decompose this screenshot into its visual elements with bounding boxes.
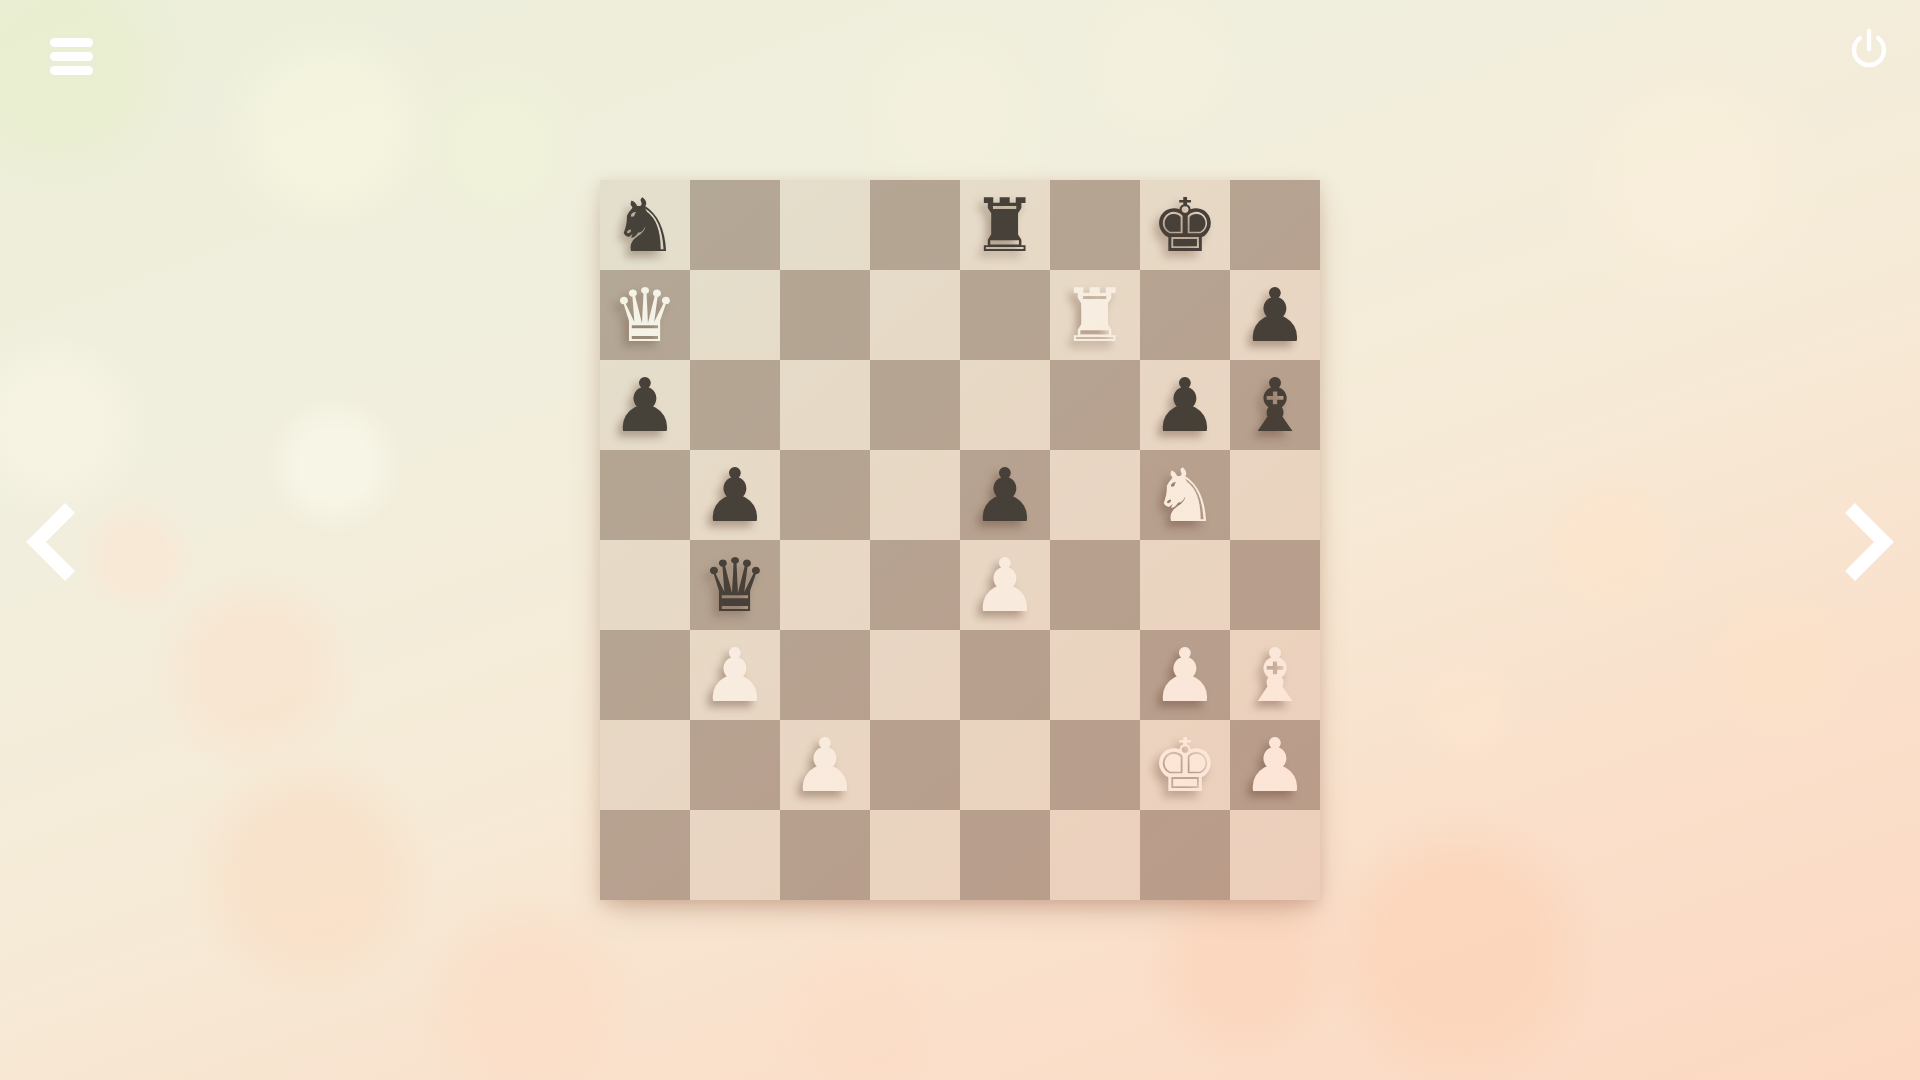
square-g6[interactable]: ♟	[1140, 360, 1230, 450]
menu-button[interactable]	[50, 38, 93, 75]
piece-white-king-g2[interactable]: ♚	[1152, 728, 1218, 802]
square-a2[interactable]	[600, 720, 690, 810]
square-g7[interactable]	[1140, 270, 1230, 360]
square-b2[interactable]	[690, 720, 780, 810]
square-b5[interactable]: ♟	[690, 450, 780, 540]
square-f3[interactable]	[1050, 630, 1140, 720]
square-a1[interactable]	[600, 810, 690, 900]
hamburger-icon	[50, 38, 93, 75]
piece-white-rook-f7[interactable]: ♜	[1062, 278, 1128, 352]
square-c4[interactable]	[780, 540, 870, 630]
square-a5[interactable]	[600, 450, 690, 540]
square-g5[interactable]: ♞	[1140, 450, 1230, 540]
square-h5[interactable]	[1230, 450, 1320, 540]
square-c1[interactable]	[780, 810, 870, 900]
piece-white-pawn-b3[interactable]: ♟	[702, 638, 768, 712]
square-c8[interactable]	[780, 180, 870, 270]
square-c2[interactable]: ♟	[780, 720, 870, 810]
chevron-right-icon	[1842, 498, 1900, 586]
square-d5[interactable]	[870, 450, 960, 540]
square-d4[interactable]	[870, 540, 960, 630]
square-f7[interactable]: ♜	[1050, 270, 1140, 360]
square-e1[interactable]	[960, 810, 1050, 900]
square-h6[interactable]: ♝	[1230, 360, 1320, 450]
square-c6[interactable]	[780, 360, 870, 450]
piece-black-queen-b4[interactable]: ♛	[702, 548, 768, 622]
square-b7[interactable]	[690, 270, 780, 360]
square-a3[interactable]	[600, 630, 690, 720]
piece-black-king-g8[interactable]: ♚	[1152, 188, 1218, 262]
piece-black-pawn-b5[interactable]: ♟	[702, 458, 768, 532]
square-g8[interactable]: ♚	[1140, 180, 1230, 270]
square-g1[interactable]	[1140, 810, 1230, 900]
square-c5[interactable]	[780, 450, 870, 540]
square-b8[interactable]	[690, 180, 780, 270]
piece-white-bishop-h3[interactable]: ♝	[1242, 638, 1308, 712]
square-h1[interactable]	[1230, 810, 1320, 900]
square-g4[interactable]	[1140, 540, 1230, 630]
chevron-left-icon	[20, 498, 78, 586]
next-puzzle-button[interactable]	[1842, 498, 1900, 586]
square-d2[interactable]	[870, 720, 960, 810]
square-f1[interactable]	[1050, 810, 1140, 900]
square-e4[interactable]: ♟	[960, 540, 1050, 630]
square-f2[interactable]	[1050, 720, 1140, 810]
square-a8[interactable]: ♞	[600, 180, 690, 270]
square-h8[interactable]	[1230, 180, 1320, 270]
piece-black-rook-e8[interactable]: ♜	[972, 188, 1038, 262]
square-e5[interactable]: ♟	[960, 450, 1050, 540]
square-c7[interactable]	[780, 270, 870, 360]
piece-black-pawn-e5[interactable]: ♟	[972, 458, 1038, 532]
square-b1[interactable]	[690, 810, 780, 900]
square-b4[interactable]: ♛	[690, 540, 780, 630]
square-d8[interactable]	[870, 180, 960, 270]
square-b3[interactable]: ♟	[690, 630, 780, 720]
square-f4[interactable]	[1050, 540, 1140, 630]
power-button[interactable]	[1847, 24, 1891, 68]
chess-board[interactable]: ♞♜♚♛♜♟♟♟♝♟♟♞♛♟♟♟♝♟♚♟	[600, 180, 1320, 900]
piece-black-pawn-h7[interactable]: ♟	[1242, 278, 1308, 352]
square-d1[interactable]	[870, 810, 960, 900]
power-icon	[1847, 24, 1891, 68]
square-h4[interactable]	[1230, 540, 1320, 630]
square-b6[interactable]	[690, 360, 780, 450]
piece-white-pawn-c2[interactable]: ♟	[792, 728, 858, 802]
square-f6[interactable]	[1050, 360, 1140, 450]
square-f8[interactable]	[1050, 180, 1140, 270]
square-f5[interactable]	[1050, 450, 1140, 540]
piece-black-pawn-a6[interactable]: ♟	[612, 368, 678, 442]
square-g2[interactable]: ♚	[1140, 720, 1230, 810]
square-c3[interactable]	[780, 630, 870, 720]
piece-white-queen-a7[interactable]: ♛	[612, 278, 678, 352]
square-e3[interactable]	[960, 630, 1050, 720]
piece-white-pawn-g3[interactable]: ♟	[1152, 638, 1218, 712]
square-d3[interactable]	[870, 630, 960, 720]
square-h2[interactable]: ♟	[1230, 720, 1320, 810]
square-d7[interactable]	[870, 270, 960, 360]
square-d6[interactable]	[870, 360, 960, 450]
piece-white-pawn-h2[interactable]: ♟	[1242, 728, 1308, 802]
square-e7[interactable]	[960, 270, 1050, 360]
square-e6[interactable]	[960, 360, 1050, 450]
piece-black-knight-a8[interactable]: ♞	[612, 188, 678, 262]
square-a7[interactable]: ♛	[600, 270, 690, 360]
piece-white-pawn-e4[interactable]: ♟	[972, 548, 1038, 622]
piece-white-knight-g5[interactable]: ♞	[1152, 458, 1218, 532]
previous-puzzle-button[interactable]	[20, 498, 78, 586]
square-h7[interactable]: ♟	[1230, 270, 1320, 360]
piece-black-bishop-h6[interactable]: ♝	[1242, 368, 1308, 442]
square-a6[interactable]: ♟	[600, 360, 690, 450]
piece-black-pawn-g6[interactable]: ♟	[1152, 368, 1218, 442]
square-e8[interactable]: ♜	[960, 180, 1050, 270]
square-g3[interactable]: ♟	[1140, 630, 1230, 720]
square-a4[interactable]	[600, 540, 690, 630]
square-h3[interactable]: ♝	[1230, 630, 1320, 720]
square-e2[interactable]	[960, 720, 1050, 810]
